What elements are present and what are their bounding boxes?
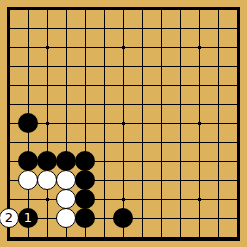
hoshi-point	[122, 122, 125, 125]
white-stone	[37, 170, 57, 190]
black-stone	[75, 151, 95, 171]
move-number-label: 2	[5, 208, 13, 228]
hoshi-point	[122, 46, 125, 49]
black-stone	[75, 170, 95, 190]
hoshi-point	[198, 198, 201, 201]
white-stone	[56, 170, 76, 190]
hoshi-point	[122, 198, 125, 201]
white-stone	[18, 170, 38, 190]
go-board-diagram: 21	[0, 0, 247, 247]
hoshi-point	[198, 46, 201, 49]
move-2-white-stone: 2	[0, 208, 19, 228]
white-stone	[56, 208, 76, 228]
black-stone	[75, 208, 95, 228]
hoshi-point	[46, 46, 49, 49]
black-stone	[18, 151, 38, 171]
black-stone	[113, 208, 133, 228]
hoshi-point	[198, 122, 201, 125]
hoshi-point	[46, 122, 49, 125]
move-1-black-stone: 1	[18, 208, 38, 228]
black-stone	[75, 189, 95, 209]
black-stone	[56, 151, 76, 171]
hoshi-point	[46, 198, 49, 201]
move-number-label: 1	[24, 208, 32, 228]
black-stone	[37, 151, 57, 171]
white-stone	[56, 189, 76, 209]
black-stone	[18, 113, 38, 133]
